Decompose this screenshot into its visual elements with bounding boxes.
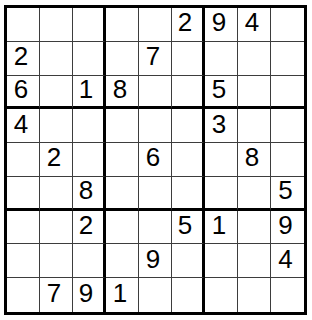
given-digit: 7: [146, 43, 160, 69]
cell-r3c6[interactable]: [172, 76, 205, 110]
given-digit: 5: [178, 212, 192, 238]
cell-r2c7[interactable]: [205, 42, 238, 76]
given-digit: 4: [278, 246, 292, 272]
cell-r5c8[interactable]: 8: [238, 143, 271, 177]
cell-r9c6[interactable]: [172, 278, 205, 312]
given-digit: 2: [79, 212, 93, 238]
cell-r3c7[interactable]: 5: [205, 76, 238, 110]
cell-r3c3[interactable]: 1: [73, 76, 106, 110]
cell-r3c5[interactable]: [139, 76, 172, 110]
given-digit: 2: [47, 144, 61, 170]
given-digit: 5: [212, 76, 226, 102]
cell-r2c4[interactable]: [106, 42, 139, 76]
cell-r7c8[interactable]: [238, 211, 271, 245]
given-digit: 1: [113, 280, 127, 306]
given-digit: 9: [79, 280, 93, 306]
cell-r4c6[interactable]: [172, 109, 205, 143]
cell-r9c7[interactable]: [205, 278, 238, 312]
given-digit: 2: [178, 9, 192, 35]
cell-r6c7[interactable]: [205, 177, 238, 211]
cell-r3c2[interactable]: [40, 76, 73, 110]
cell-r9c9[interactable]: [271, 278, 304, 312]
cell-r2c9[interactable]: [271, 42, 304, 76]
cell-r6c5[interactable]: [139, 177, 172, 211]
cell-r2c3[interactable]: [73, 42, 106, 76]
cell-r2c5[interactable]: 7: [139, 42, 172, 76]
given-digit: 1: [212, 212, 226, 238]
cell-r5c6[interactable]: [172, 143, 205, 177]
cell-r7c7[interactable]: 1: [205, 211, 238, 245]
sudoku-board: 2942761854326885251994791: [4, 5, 307, 315]
given-digit: 1: [79, 76, 93, 102]
given-digit: 8: [113, 76, 127, 102]
cell-r6c9[interactable]: 5: [271, 177, 304, 211]
cell-r6c2[interactable]: [40, 177, 73, 211]
cell-r7c5[interactable]: [139, 211, 172, 245]
cell-r4c9[interactable]: [271, 109, 304, 143]
cell-r7c2[interactable]: [40, 211, 73, 245]
given-digit: 2: [14, 43, 28, 69]
cell-r5c9[interactable]: [271, 143, 304, 177]
cell-r8c8[interactable]: [238, 244, 271, 278]
given-digit: 6: [146, 144, 160, 170]
cell-r6c8[interactable]: [238, 177, 271, 211]
cell-r4c3[interactable]: [73, 109, 106, 143]
cell-r2c2[interactable]: [40, 42, 73, 76]
cell-r2c6[interactable]: [172, 42, 205, 76]
cell-r1c4[interactable]: [106, 8, 139, 42]
cell-r8c7[interactable]: [205, 244, 238, 278]
cell-r1c2[interactable]: [40, 8, 73, 42]
cell-r1c1[interactable]: [7, 8, 40, 42]
cell-r3c9[interactable]: [271, 76, 304, 110]
cell-r7c3[interactable]: 2: [73, 211, 106, 245]
cell-r2c1[interactable]: 2: [7, 42, 40, 76]
cell-r1c7[interactable]: 9: [205, 8, 238, 42]
cell-r1c6[interactable]: 2: [172, 8, 205, 42]
cell-r1c3[interactable]: [73, 8, 106, 42]
cell-r5c5[interactable]: 6: [139, 143, 172, 177]
cell-r4c1[interactable]: 4: [7, 109, 40, 143]
cell-r1c8[interactable]: 4: [238, 8, 271, 42]
cell-r9c4[interactable]: 1: [106, 278, 139, 312]
given-digit: 9: [212, 9, 226, 35]
cell-r5c2[interactable]: 2: [40, 143, 73, 177]
cell-r4c8[interactable]: [238, 109, 271, 143]
given-digit: 5: [278, 177, 292, 203]
cell-r8c2[interactable]: [40, 244, 73, 278]
cell-r6c1[interactable]: [7, 177, 40, 211]
cell-r5c1[interactable]: [7, 143, 40, 177]
cell-r7c6[interactable]: 5: [172, 211, 205, 245]
cell-r3c4[interactable]: 8: [106, 76, 139, 110]
cell-r7c1[interactable]: [7, 211, 40, 245]
cell-r9c1[interactable]: [7, 278, 40, 312]
cell-r3c8[interactable]: [238, 76, 271, 110]
given-digit: 9: [278, 212, 292, 238]
cell-r3c1[interactable]: 6: [7, 76, 40, 110]
given-digit: 7: [47, 280, 61, 306]
cell-r9c8[interactable]: [238, 278, 271, 312]
given-digit: 6: [14, 76, 28, 102]
cell-r4c4[interactable]: [106, 109, 139, 143]
cell-r9c3[interactable]: 9: [73, 278, 106, 312]
given-digit: 9: [146, 246, 160, 272]
given-digit: 8: [245, 144, 259, 170]
cell-r5c3[interactable]: [73, 143, 106, 177]
cell-r9c2[interactable]: 7: [40, 278, 73, 312]
cell-r8c6[interactable]: [172, 244, 205, 278]
cell-r4c7[interactable]: 3: [205, 109, 238, 143]
cell-r6c4[interactable]: [106, 177, 139, 211]
given-digit: 4: [14, 111, 28, 137]
cell-r7c9[interactable]: 9: [271, 211, 304, 245]
given-digit: 3: [212, 111, 226, 137]
cell-r1c9[interactable]: [271, 8, 304, 42]
cell-r2c8[interactable]: [238, 42, 271, 76]
cell-r8c9[interactable]: 4: [271, 244, 304, 278]
cell-r4c5[interactable]: [139, 109, 172, 143]
cell-r8c4[interactable]: [106, 244, 139, 278]
cell-r8c1[interactable]: [7, 244, 40, 278]
given-digit: 8: [79, 177, 93, 203]
cell-r5c7[interactable]: [205, 143, 238, 177]
given-digit: 4: [245, 9, 259, 35]
cell-r7c4[interactable]: [106, 211, 139, 245]
cell-r8c5[interactable]: 9: [139, 244, 172, 278]
cell-r5c4[interactable]: [106, 143, 139, 177]
cell-r1c5[interactable]: [139, 8, 172, 42]
cell-r6c6[interactable]: [172, 177, 205, 211]
cell-r6c3[interactable]: 8: [73, 177, 106, 211]
cell-r8c3[interactable]: [73, 244, 106, 278]
cell-r4c2[interactable]: [40, 109, 73, 143]
cell-r9c5[interactable]: [139, 278, 172, 312]
